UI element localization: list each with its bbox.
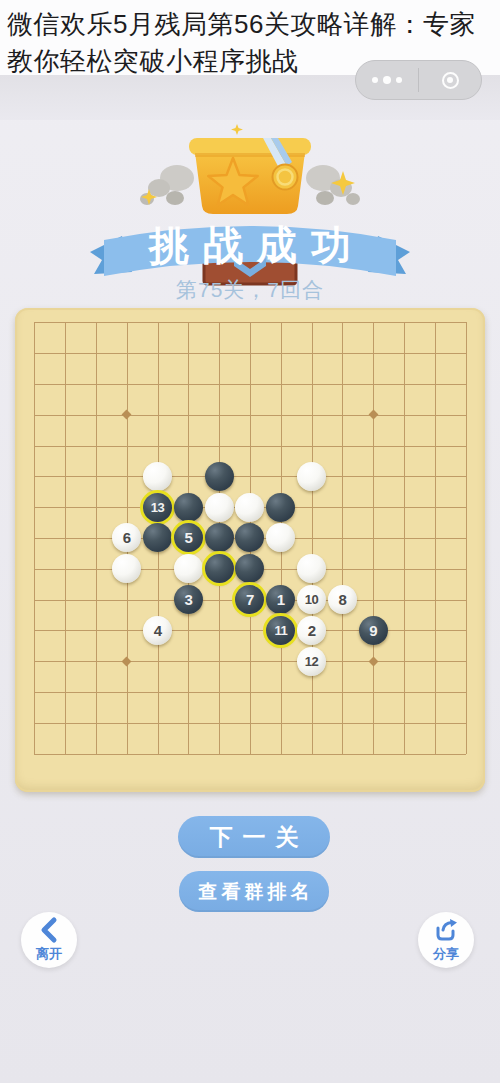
board-cell[interactable] bbox=[111, 430, 142, 461]
board-cell[interactable] bbox=[111, 553, 142, 584]
board-cell[interactable] bbox=[419, 307, 450, 338]
board-cell[interactable] bbox=[389, 399, 420, 430]
white-stone bbox=[297, 554, 326, 583]
board-cell[interactable] bbox=[296, 523, 327, 554]
board-cell[interactable] bbox=[389, 615, 420, 646]
board-cell[interactable]: 3 bbox=[173, 584, 204, 615]
white-stone bbox=[235, 493, 264, 522]
board-cell[interactable] bbox=[19, 677, 50, 708]
board-cell[interactable] bbox=[450, 523, 481, 554]
board-cell[interactable] bbox=[111, 492, 142, 523]
move-number: 1 bbox=[277, 592, 285, 607]
board-cell[interactable] bbox=[389, 553, 420, 584]
board-cell[interactable] bbox=[204, 707, 235, 738]
board-cell[interactable] bbox=[389, 461, 420, 492]
board-cell[interactable]: 12 bbox=[296, 646, 327, 677]
move-number: 13 bbox=[151, 501, 164, 514]
board-cell[interactable] bbox=[358, 338, 389, 369]
move-number: 4 bbox=[154, 623, 162, 638]
board-cell[interactable]: 6 bbox=[111, 523, 142, 554]
board-cell[interactable] bbox=[296, 707, 327, 738]
board-cell[interactable] bbox=[81, 430, 112, 461]
board-cell[interactable] bbox=[358, 399, 389, 430]
board-cell[interactable] bbox=[19, 584, 50, 615]
board-cell[interactable] bbox=[173, 646, 204, 677]
board-cell[interactable] bbox=[450, 553, 481, 584]
board-cell[interactable]: 9 bbox=[358, 615, 389, 646]
board-cell[interactable] bbox=[419, 461, 450, 492]
board-cell[interactable] bbox=[204, 553, 235, 584]
board-cell[interactable] bbox=[19, 646, 50, 677]
board-cell[interactable] bbox=[419, 553, 450, 584]
white-stone bbox=[205, 493, 234, 522]
board-cell[interactable] bbox=[173, 307, 204, 338]
black-stone: 1 bbox=[266, 585, 295, 614]
board-cell[interactable] bbox=[235, 646, 266, 677]
board-cell[interactable]: 4 bbox=[142, 615, 173, 646]
board-cell[interactable] bbox=[296, 738, 327, 769]
star-point bbox=[122, 410, 132, 420]
board-cell[interactable]: 11 bbox=[265, 615, 296, 646]
board-cell[interactable] bbox=[450, 492, 481, 523]
board-cell[interactable] bbox=[296, 677, 327, 708]
board-cell[interactable] bbox=[419, 399, 450, 430]
board-cell[interactable] bbox=[204, 461, 235, 492]
board-cell[interactable] bbox=[296, 492, 327, 523]
board-cell[interactable] bbox=[142, 307, 173, 338]
move-number: 3 bbox=[184, 592, 192, 607]
board-cell[interactable] bbox=[327, 646, 358, 677]
board-cell[interactable] bbox=[450, 615, 481, 646]
move-number: 10 bbox=[305, 593, 318, 606]
board-cell[interactable] bbox=[327, 430, 358, 461]
board-cell[interactable] bbox=[81, 461, 112, 492]
white-stone: 12 bbox=[297, 647, 326, 676]
move-number: 5 bbox=[184, 530, 192, 545]
board-cell[interactable] bbox=[19, 707, 50, 738]
board-cell[interactable] bbox=[173, 461, 204, 492]
board-cell[interactable]: 7 bbox=[235, 584, 266, 615]
board-cell[interactable] bbox=[358, 430, 389, 461]
board-cell[interactable] bbox=[173, 677, 204, 708]
white-stone bbox=[174, 554, 203, 583]
board-cell[interactable] bbox=[173, 553, 204, 584]
board-cell[interactable] bbox=[296, 461, 327, 492]
star-point bbox=[368, 656, 378, 666]
board-cell[interactable] bbox=[50, 338, 81, 369]
screen: 微信欢乐5月残局第56关攻略详解：专家教你轻松突破小程序挑战 bbox=[0, 0, 500, 1083]
board-cell[interactable] bbox=[142, 461, 173, 492]
leave-label: 离开 bbox=[36, 945, 62, 963]
board-cell[interactable] bbox=[389, 430, 420, 461]
board-cell[interactable] bbox=[111, 461, 142, 492]
board-cell[interactable] bbox=[327, 707, 358, 738]
board-cell[interactable] bbox=[419, 646, 450, 677]
board-cell[interactable] bbox=[296, 338, 327, 369]
board-cell[interactable] bbox=[419, 523, 450, 554]
board-cell[interactable] bbox=[265, 738, 296, 769]
board-cell[interactable] bbox=[419, 430, 450, 461]
board-cell[interactable] bbox=[235, 338, 266, 369]
board-cell[interactable] bbox=[142, 738, 173, 769]
board-cell[interactable] bbox=[81, 615, 112, 646]
black-stone bbox=[174, 493, 203, 522]
board-cell[interactable] bbox=[450, 646, 481, 677]
board-cell[interactable] bbox=[296, 553, 327, 584]
board-cell[interactable] bbox=[389, 584, 420, 615]
board-cell[interactable] bbox=[50, 430, 81, 461]
board-cell[interactable] bbox=[81, 553, 112, 584]
level-info: 第75关，7回合 bbox=[0, 276, 500, 304]
board-cell[interactable] bbox=[419, 369, 450, 400]
board-cell[interactable] bbox=[389, 523, 420, 554]
black-stone: 3 bbox=[174, 585, 203, 614]
move-number: 9 bbox=[369, 623, 377, 638]
board-cell[interactable] bbox=[204, 615, 235, 646]
board-cell[interactable] bbox=[327, 399, 358, 430]
board-cell[interactable] bbox=[204, 677, 235, 708]
board-cell[interactable] bbox=[111, 738, 142, 769]
board-cell[interactable] bbox=[296, 399, 327, 430]
board-cell[interactable] bbox=[389, 369, 420, 400]
board-cell[interactable] bbox=[111, 615, 142, 646]
board-cell[interactable] bbox=[389, 707, 420, 738]
board-cell[interactable] bbox=[111, 369, 142, 400]
board-cell[interactable] bbox=[265, 430, 296, 461]
board-cell[interactable]: 5 bbox=[173, 523, 204, 554]
board-cell[interactable] bbox=[450, 399, 481, 430]
board-cell[interactable] bbox=[389, 738, 420, 769]
board-cell[interactable] bbox=[19, 553, 50, 584]
back-chevron-icon bbox=[39, 916, 59, 944]
board-cell[interactable] bbox=[327, 338, 358, 369]
board-cell[interactable] bbox=[235, 553, 266, 584]
board-cell[interactable] bbox=[265, 492, 296, 523]
black-stone bbox=[266, 493, 295, 522]
board-cell[interactable] bbox=[19, 615, 50, 646]
board-cell[interactable] bbox=[142, 646, 173, 677]
board-cell[interactable] bbox=[327, 553, 358, 584]
board-cell[interactable] bbox=[142, 430, 173, 461]
board-cell[interactable] bbox=[50, 707, 81, 738]
board-cell[interactable] bbox=[265, 461, 296, 492]
board-cell[interactable] bbox=[235, 677, 266, 708]
board-cell[interactable]: 8 bbox=[327, 584, 358, 615]
board-cell[interactable] bbox=[358, 523, 389, 554]
board-cell[interactable] bbox=[358, 646, 389, 677]
board-cell[interactable] bbox=[265, 677, 296, 708]
board-cell[interactable] bbox=[358, 461, 389, 492]
black-stone bbox=[143, 523, 172, 552]
more-button[interactable] bbox=[356, 61, 418, 99]
board-cell[interactable] bbox=[265, 646, 296, 677]
board-cell[interactable] bbox=[19, 738, 50, 769]
board-cell[interactable] bbox=[204, 646, 235, 677]
board-cell[interactable] bbox=[173, 707, 204, 738]
board-cell[interactable]: 1 bbox=[265, 584, 296, 615]
view-group-ranking-button[interactable]: 查看群排名 bbox=[179, 871, 329, 912]
board-cell[interactable] bbox=[419, 492, 450, 523]
board-cell[interactable] bbox=[358, 307, 389, 338]
board-cell[interactable] bbox=[111, 677, 142, 708]
board-cell[interactable] bbox=[50, 461, 81, 492]
board-cell[interactable] bbox=[358, 584, 389, 615]
board-cell[interactable] bbox=[235, 307, 266, 338]
board-cell[interactable] bbox=[265, 707, 296, 738]
board-cell[interactable] bbox=[265, 338, 296, 369]
white-stone bbox=[266, 523, 295, 552]
more-icon bbox=[383, 76, 391, 84]
board-cell[interactable] bbox=[142, 584, 173, 615]
board-cell[interactable] bbox=[204, 369, 235, 400]
board-cell[interactable]: 2 bbox=[296, 615, 327, 646]
board-cell[interactable] bbox=[450, 461, 481, 492]
black-stone bbox=[235, 554, 264, 583]
board-cell[interactable] bbox=[50, 646, 81, 677]
board-cell[interactable] bbox=[358, 707, 389, 738]
board-cell[interactable] bbox=[450, 677, 481, 708]
board-cell[interactable] bbox=[327, 677, 358, 708]
board-cell[interactable] bbox=[235, 399, 266, 430]
leave-button[interactable]: 离开 bbox=[21, 912, 77, 968]
board-cell[interactable] bbox=[50, 523, 81, 554]
board-cell[interactable] bbox=[235, 492, 266, 523]
board-cell[interactable] bbox=[142, 369, 173, 400]
white-stone: 2 bbox=[297, 616, 326, 645]
board-cell[interactable] bbox=[358, 492, 389, 523]
board-cell[interactable] bbox=[235, 430, 266, 461]
move-number: 6 bbox=[123, 530, 131, 545]
board-cell[interactable] bbox=[389, 492, 420, 523]
board-cell[interactable] bbox=[204, 430, 235, 461]
board-cell[interactable] bbox=[204, 338, 235, 369]
close-mini-program-button[interactable] bbox=[419, 61, 481, 99]
board-cell[interactable] bbox=[50, 492, 81, 523]
board-cell[interactable] bbox=[81, 369, 112, 400]
board-cell[interactable] bbox=[265, 523, 296, 554]
board-cell[interactable] bbox=[327, 738, 358, 769]
board-cell[interactable] bbox=[173, 615, 204, 646]
share-button[interactable]: 分享 bbox=[418, 912, 474, 968]
board-cell[interactable] bbox=[327, 369, 358, 400]
board-cell[interactable] bbox=[19, 399, 50, 430]
board-cell[interactable] bbox=[235, 707, 266, 738]
board-cell[interactable] bbox=[265, 307, 296, 338]
board-cell[interactable] bbox=[81, 738, 112, 769]
move-number: 2 bbox=[308, 623, 316, 638]
board-cell[interactable] bbox=[173, 338, 204, 369]
black-stone: 7 bbox=[235, 585, 264, 614]
board-cell[interactable] bbox=[50, 584, 81, 615]
board-cell[interactable] bbox=[19, 523, 50, 554]
board-cell[interactable] bbox=[173, 369, 204, 400]
board-cell[interactable] bbox=[111, 707, 142, 738]
board-cell[interactable] bbox=[81, 307, 112, 338]
board-cell[interactable] bbox=[142, 338, 173, 369]
black-stone bbox=[235, 523, 264, 552]
board-cell[interactable] bbox=[265, 399, 296, 430]
board-cell[interactable] bbox=[111, 307, 142, 338]
move-number: 8 bbox=[338, 592, 346, 607]
board-cell[interactable] bbox=[419, 584, 450, 615]
board-cell[interactable] bbox=[450, 584, 481, 615]
board-cell[interactable] bbox=[50, 553, 81, 584]
share-icon bbox=[432, 918, 460, 944]
board-cell[interactable] bbox=[81, 646, 112, 677]
board-cell[interactable] bbox=[327, 307, 358, 338]
board-cell[interactable] bbox=[235, 615, 266, 646]
home-circle-icon bbox=[442, 72, 459, 89]
black-stone: 9 bbox=[359, 616, 388, 645]
board-cell[interactable] bbox=[111, 584, 142, 615]
board-cell[interactable] bbox=[50, 738, 81, 769]
board-cell[interactable] bbox=[81, 338, 112, 369]
board-cell[interactable] bbox=[450, 707, 481, 738]
board-cell[interactable] bbox=[450, 430, 481, 461]
board-cell[interactable] bbox=[419, 707, 450, 738]
star-point bbox=[368, 410, 378, 420]
board-cell[interactable] bbox=[142, 399, 173, 430]
board-cell[interactable] bbox=[358, 738, 389, 769]
share-label: 分享 bbox=[433, 945, 459, 963]
board-cell[interactable] bbox=[235, 523, 266, 554]
black-stone: 11 bbox=[266, 616, 295, 645]
board-cell[interactable] bbox=[265, 369, 296, 400]
wechat-capsule bbox=[355, 60, 482, 100]
board-cell[interactable] bbox=[358, 553, 389, 584]
black-stone bbox=[205, 554, 234, 583]
board-cell[interactable]: 10 bbox=[296, 584, 327, 615]
next-level-button[interactable]: 下一关 bbox=[178, 816, 330, 858]
board-cell[interactable] bbox=[389, 307, 420, 338]
board-cell[interactable] bbox=[296, 369, 327, 400]
board-cell[interactable] bbox=[142, 707, 173, 738]
board-cell[interactable] bbox=[419, 738, 450, 769]
board-cell[interactable] bbox=[389, 646, 420, 677]
board-cell[interactable] bbox=[358, 677, 389, 708]
board-cell[interactable] bbox=[204, 584, 235, 615]
star-point bbox=[122, 656, 132, 666]
black-stone: 5 bbox=[174, 523, 203, 552]
white-stone: 8 bbox=[328, 585, 357, 614]
board-cell[interactable] bbox=[173, 430, 204, 461]
board-cell[interactable] bbox=[19, 430, 50, 461]
board-cell[interactable] bbox=[173, 738, 204, 769]
board-cell[interactable] bbox=[327, 523, 358, 554]
black-stone bbox=[205, 523, 234, 552]
move-number: 7 bbox=[246, 592, 254, 607]
board-cell[interactable] bbox=[173, 399, 204, 430]
more-icon bbox=[372, 77, 378, 83]
board-cell[interactable] bbox=[450, 369, 481, 400]
board-cell[interactable] bbox=[81, 677, 112, 708]
board-cell[interactable] bbox=[204, 738, 235, 769]
board-cell[interactable] bbox=[327, 615, 358, 646]
white-stone: 6 bbox=[112, 523, 141, 552]
white-stone bbox=[112, 554, 141, 583]
board-cell[interactable] bbox=[204, 523, 235, 554]
board-cell[interactable] bbox=[419, 615, 450, 646]
board-cell[interactable] bbox=[111, 646, 142, 677]
board-cell[interactable] bbox=[327, 492, 358, 523]
move-number: 11 bbox=[274, 624, 287, 637]
board-cell[interactable] bbox=[19, 461, 50, 492]
banner-title: 挑战成功 bbox=[147, 223, 365, 267]
white-stone: 4 bbox=[143, 616, 172, 645]
board-cell[interactable] bbox=[81, 399, 112, 430]
trophy-rim bbox=[189, 138, 311, 155]
board-cell[interactable] bbox=[296, 307, 327, 338]
board-cell[interactable] bbox=[204, 492, 235, 523]
board-cell[interactable] bbox=[450, 307, 481, 338]
board-cell[interactable] bbox=[204, 307, 235, 338]
board-cell[interactable] bbox=[389, 677, 420, 708]
board-cell[interactable] bbox=[50, 369, 81, 400]
move-number: 12 bbox=[305, 655, 318, 668]
more-icon bbox=[396, 77, 402, 83]
board-cell[interactable] bbox=[296, 430, 327, 461]
board-cell[interactable] bbox=[81, 707, 112, 738]
wing-right-icon bbox=[306, 165, 360, 205]
black-stone: 13 bbox=[143, 493, 172, 522]
board-cell[interactable] bbox=[50, 677, 81, 708]
board-cell[interactable] bbox=[173, 492, 204, 523]
board-cell[interactable] bbox=[50, 615, 81, 646]
board-cell[interactable]: 13 bbox=[142, 492, 173, 523]
board-cell[interactable] bbox=[450, 738, 481, 769]
board-cell[interactable] bbox=[81, 584, 112, 615]
board-cell[interactable] bbox=[142, 523, 173, 554]
board-cell[interactable] bbox=[419, 677, 450, 708]
board-cell[interactable] bbox=[19, 369, 50, 400]
board-cell[interactable] bbox=[204, 399, 235, 430]
white-stone bbox=[297, 462, 326, 491]
board-cell[interactable] bbox=[235, 369, 266, 400]
board-cell[interactable] bbox=[19, 307, 50, 338]
board-cell[interactable] bbox=[419, 338, 450, 369]
board-cell[interactable] bbox=[50, 307, 81, 338]
board-grid: 13653711084112912 bbox=[19, 307, 481, 769]
white-stone: 10 bbox=[297, 585, 326, 614]
board-cell[interactable] bbox=[235, 461, 266, 492]
board-cell[interactable] bbox=[81, 523, 112, 554]
board-cell[interactable] bbox=[142, 553, 173, 584]
board-cell[interactable] bbox=[111, 399, 142, 430]
board-cell[interactable] bbox=[111, 338, 142, 369]
black-stone bbox=[205, 462, 234, 491]
board-cell[interactable] bbox=[50, 399, 81, 430]
board-cell[interactable] bbox=[81, 492, 112, 523]
board-cell[interactable] bbox=[19, 338, 50, 369]
board-cell[interactable] bbox=[19, 492, 50, 523]
board-cell[interactable] bbox=[389, 338, 420, 369]
board-cell[interactable] bbox=[327, 461, 358, 492]
board-cell[interactable] bbox=[235, 738, 266, 769]
board-cell[interactable] bbox=[450, 338, 481, 369]
board-cell[interactable] bbox=[142, 677, 173, 708]
gomoku-board: 13653711084112912 bbox=[15, 308, 485, 792]
board-cell[interactable] bbox=[358, 369, 389, 400]
board-cell[interactable] bbox=[265, 553, 296, 584]
white-stone bbox=[143, 462, 172, 491]
